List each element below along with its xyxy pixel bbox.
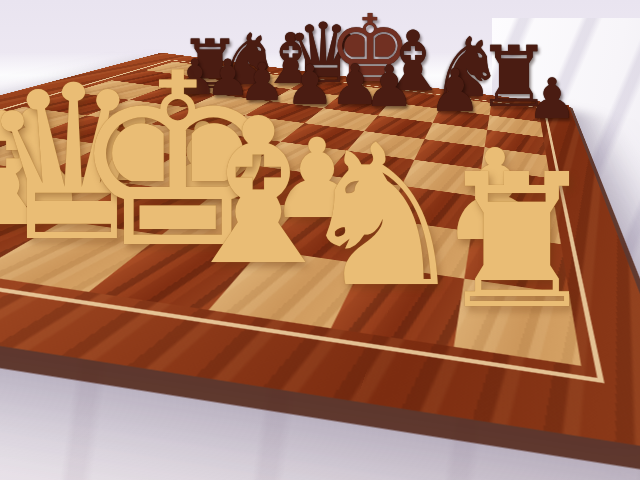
piece-white-rook-h1: ♜ (434, 150, 600, 335)
piece-black-pawn-h7: ♟ (527, 71, 577, 127)
chess-photo-scene: ♝♛♚♞♜♝♟♟♞♟♟♟♟♜♟♟♟♟♟♟♝♟♛♚♝♞♜ (0, 0, 640, 480)
